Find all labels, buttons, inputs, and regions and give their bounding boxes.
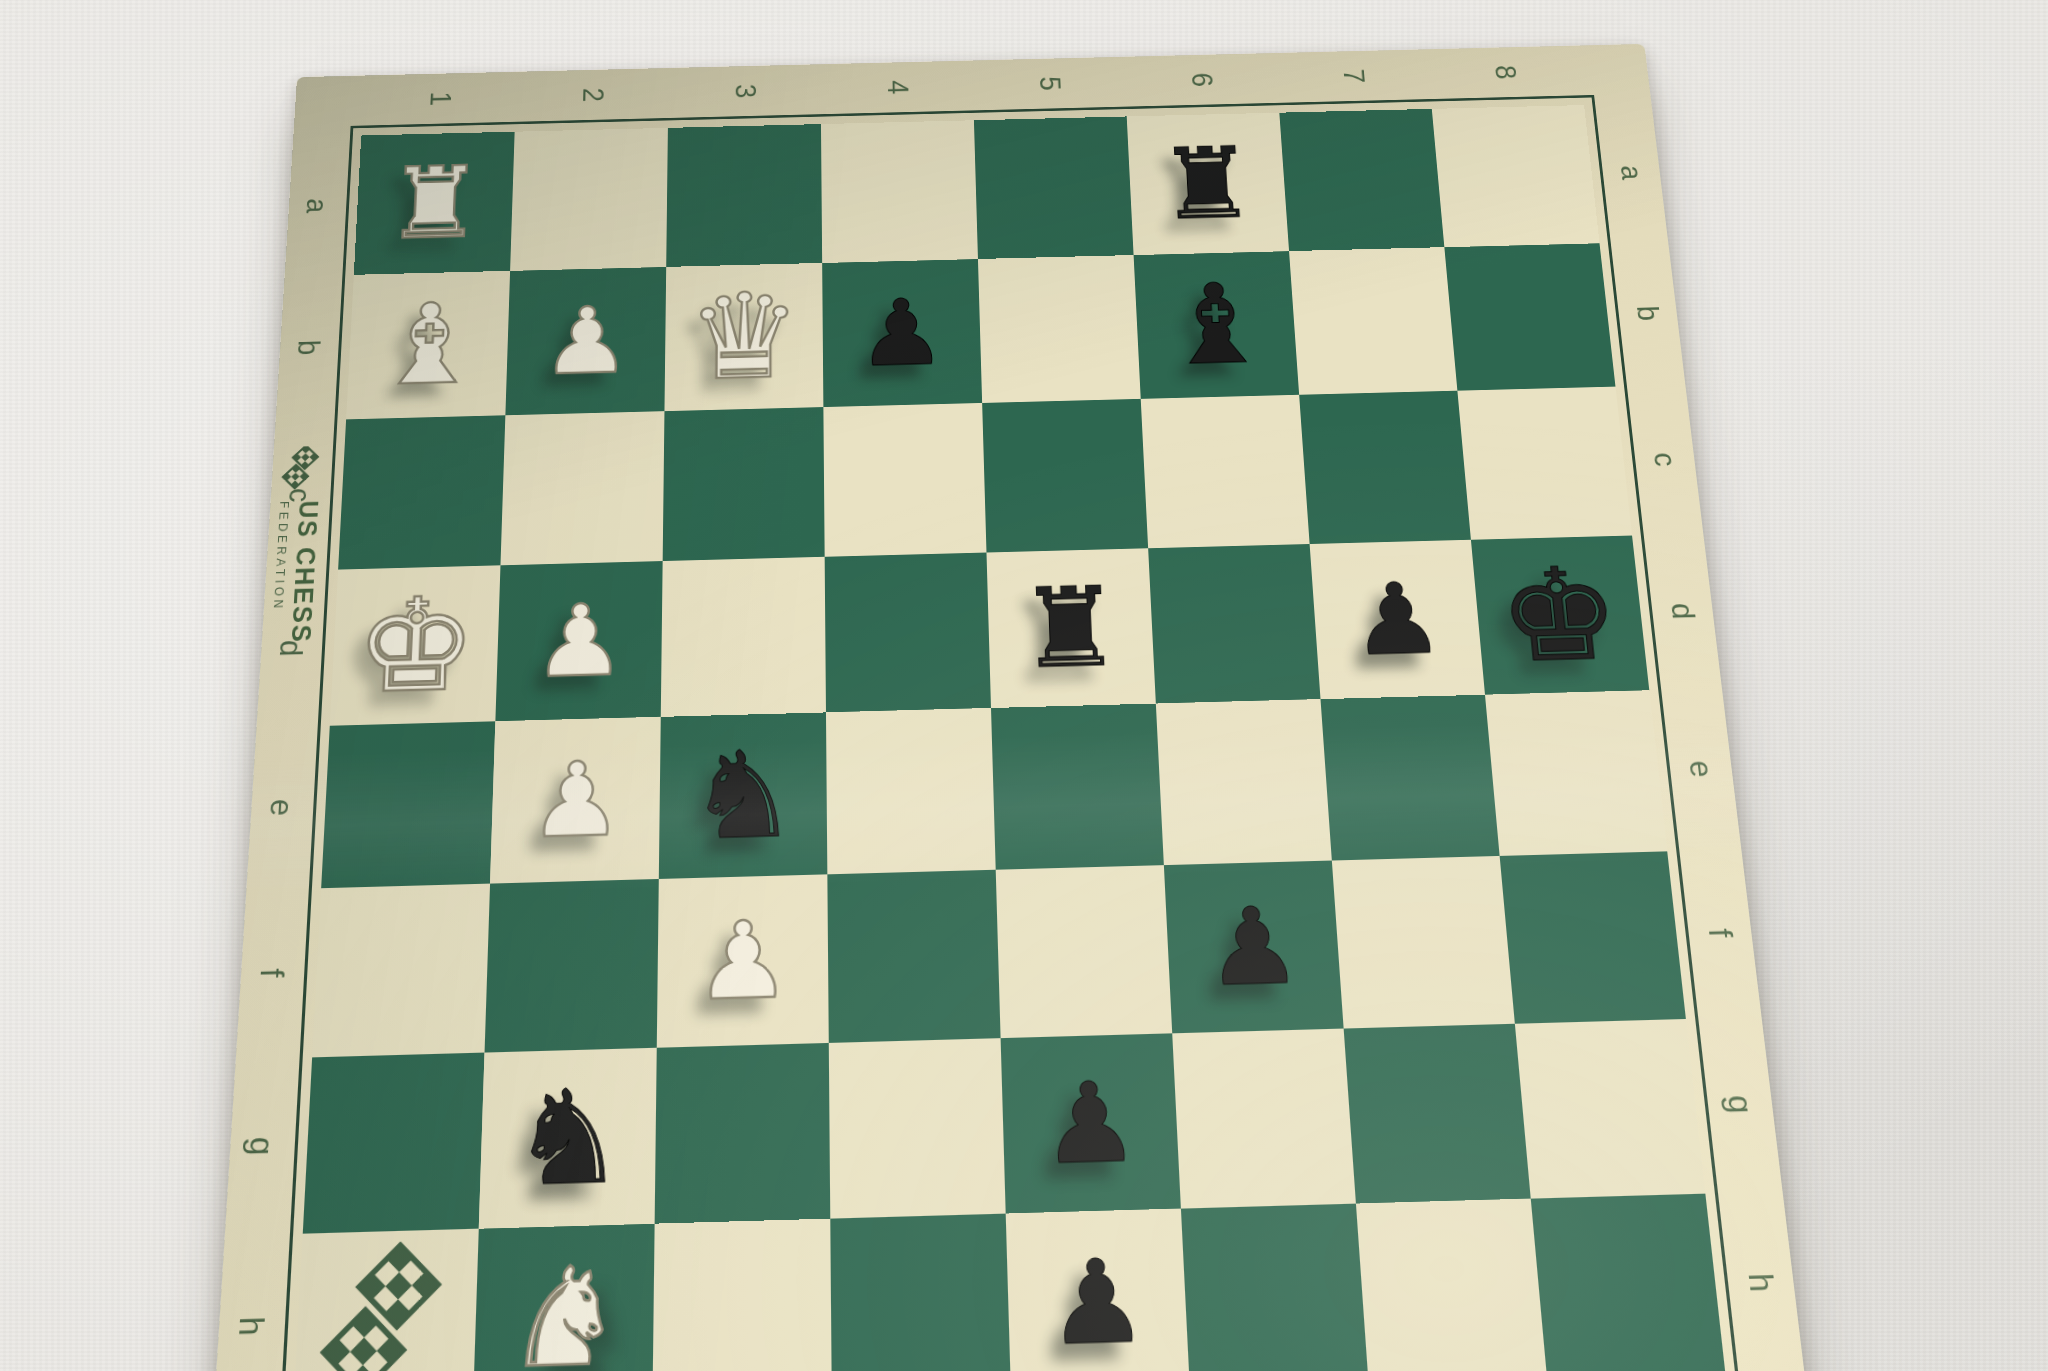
square-h1 bbox=[293, 1228, 479, 1371]
file-label-b: b bbox=[1618, 241, 1678, 385]
square-a3 bbox=[666, 124, 822, 267]
piece-black-pawn-f6: ♟ bbox=[1164, 860, 1344, 1033]
square-g1 bbox=[303, 1052, 485, 1233]
square-h8 bbox=[1531, 1193, 1726, 1371]
square-e6 bbox=[1156, 699, 1332, 865]
square-f4 bbox=[828, 869, 1001, 1042]
corner-crown-logo-icon bbox=[311, 1240, 452, 1371]
square-f2 bbox=[485, 878, 659, 1052]
square-a5 bbox=[974, 116, 1134, 259]
file-label-g: g bbox=[1706, 1017, 1774, 1193]
square-g3 bbox=[655, 1042, 831, 1223]
square-d7: ♟ bbox=[1310, 539, 1485, 698]
file-label-e: e bbox=[253, 726, 309, 890]
black-rook-glyph: ♜ bbox=[1017, 562, 1125, 692]
square-h4 bbox=[830, 1213, 1011, 1371]
rank-label-1: 1 bbox=[362, 78, 516, 120]
square-h7 bbox=[1356, 1198, 1547, 1371]
white-queen-glyph: ♛ bbox=[686, 267, 802, 406]
piece-black-rook-d5: ♜ bbox=[987, 548, 1156, 708]
square-a6: ♜ bbox=[1127, 112, 1289, 254]
square-a7 bbox=[1280, 108, 1445, 250]
square-f1 bbox=[312, 883, 490, 1057]
square-g7 bbox=[1344, 1023, 1531, 1203]
square-c5 bbox=[982, 398, 1148, 552]
square-e4 bbox=[826, 707, 996, 873]
file-label-d: d bbox=[1651, 533, 1714, 689]
square-b3: ♛ bbox=[665, 262, 824, 410]
white-bishop-glyph: ♝ bbox=[372, 279, 486, 411]
piece-black-pawn-g5: ♟ bbox=[1001, 1033, 1181, 1213]
us-chess-margin-logo: FEDERATION US CHESS bbox=[264, 445, 331, 644]
piece-white-pawn-d2: ♟ bbox=[496, 561, 663, 721]
square-c2 bbox=[501, 411, 665, 565]
square-e5 bbox=[991, 703, 1164, 869]
square-a4 bbox=[821, 120, 978, 263]
square-f5 bbox=[996, 865, 1173, 1038]
black-pawn-glyph: ♟ bbox=[857, 278, 948, 387]
black-king-glyph: ♚ bbox=[1492, 539, 1627, 691]
square-h5: ♟ bbox=[1006, 1208, 1190, 1371]
file-label-a: a bbox=[1602, 103, 1661, 242]
square-b6: ♝ bbox=[1134, 251, 1300, 399]
square-c4 bbox=[824, 402, 987, 556]
square-b2: ♟ bbox=[506, 266, 667, 414]
piece-white-king-d1: ♚ bbox=[330, 565, 501, 725]
square-d1: ♚ bbox=[330, 565, 501, 725]
chess-mat: 12345678 12345678 abcdefgh abcdefgh bbox=[208, 43, 1814, 1371]
piece-white-pawn-e2: ♟ bbox=[490, 716, 661, 883]
square-g5: ♟ bbox=[1001, 1033, 1181, 1213]
white-king-glyph: ♚ bbox=[352, 569, 480, 722]
piece-black-pawn-h5: ♟ bbox=[1006, 1208, 1190, 1371]
piece-black-bishop-b6: ♝ bbox=[1134, 251, 1300, 399]
square-e1 bbox=[321, 721, 495, 888]
square-g2: ♞ bbox=[479, 1047, 657, 1228]
piece-black-pawn-d7: ♟ bbox=[1310, 539, 1485, 698]
square-f8 bbox=[1500, 851, 1686, 1023]
black-bishop-glyph: ♝ bbox=[1159, 259, 1274, 390]
file-label-g: g bbox=[231, 1057, 290, 1235]
white-pawn-glyph: ♟ bbox=[695, 896, 792, 1023]
piece-white-queen-b3: ♛ bbox=[665, 262, 824, 410]
piece-black-knight-g2: ♞ bbox=[479, 1047, 657, 1228]
square-c3 bbox=[663, 407, 825, 561]
square-d2: ♟ bbox=[496, 561, 663, 721]
rank-label-7: 7 bbox=[1276, 55, 1431, 96]
white-pawn-glyph: ♟ bbox=[541, 286, 632, 395]
file-label-a: a bbox=[291, 136, 342, 276]
square-b5 bbox=[978, 255, 1141, 403]
black-rook-glyph: ♜ bbox=[1156, 125, 1260, 241]
square-e8 bbox=[1485, 690, 1667, 856]
square-d5: ♜ bbox=[987, 548, 1156, 708]
square-g4 bbox=[829, 1038, 1006, 1218]
white-knight-glyph: ♞ bbox=[504, 1237, 625, 1371]
square-d3 bbox=[661, 556, 826, 716]
square-h6 bbox=[1181, 1203, 1369, 1371]
square-g8 bbox=[1515, 1018, 1705, 1198]
square-b8 bbox=[1445, 243, 1616, 390]
file-label-c: c bbox=[1634, 384, 1696, 534]
piece-white-pawn-f3: ♟ bbox=[657, 874, 829, 1047]
square-c6 bbox=[1141, 394, 1310, 547]
piece-black-knight-e3: ♞ bbox=[659, 712, 828, 879]
rank-label-6: 6 bbox=[1124, 59, 1278, 100]
file-label-f: f bbox=[1687, 849, 1754, 1018]
square-f6: ♟ bbox=[1164, 860, 1344, 1033]
black-knight-glyph: ♞ bbox=[509, 1060, 628, 1215]
square-b1: ♝ bbox=[346, 270, 510, 419]
square-a8 bbox=[1432, 105, 1600, 247]
white-rook-glyph: ♜ bbox=[384, 144, 486, 260]
square-a2 bbox=[510, 127, 668, 270]
square-g6 bbox=[1172, 1028, 1356, 1208]
black-knight-glyph: ♞ bbox=[688, 724, 800, 866]
piece-white-rook-a1: ♜ bbox=[354, 131, 515, 274]
file-label-f: f bbox=[242, 888, 300, 1059]
rank-label-3: 3 bbox=[668, 70, 821, 111]
file-label-b: b bbox=[282, 275, 335, 421]
square-d8: ♚ bbox=[1471, 535, 1649, 694]
square-h2: ♞ bbox=[473, 1223, 655, 1371]
square-a1: ♜ bbox=[354, 131, 515, 274]
piece-black-king-d8: ♚ bbox=[1471, 535, 1649, 694]
white-pawn-glyph: ♟ bbox=[528, 738, 625, 860]
white-pawn-glyph: ♟ bbox=[532, 581, 627, 699]
rank-label-8: 8 bbox=[1427, 52, 1582, 93]
square-b4: ♟ bbox=[822, 258, 982, 406]
square-f3: ♟ bbox=[657, 874, 829, 1047]
square-h3 bbox=[653, 1218, 832, 1371]
black-pawn-glyph: ♟ bbox=[1045, 1233, 1150, 1371]
piece-black-pawn-b4: ♟ bbox=[822, 258, 982, 406]
square-c7 bbox=[1299, 390, 1471, 543]
piece-black-rook-a6: ♜ bbox=[1127, 112, 1289, 254]
square-c1 bbox=[338, 415, 505, 569]
board-squares: ♜♜♝♟♛♟♝♚♟♜♟♚♟♞♟♟♞♟♞♟ bbox=[293, 105, 1726, 1371]
square-e7 bbox=[1321, 694, 1500, 860]
black-pawn-glyph: ♟ bbox=[1346, 560, 1447, 677]
square-c8 bbox=[1458, 386, 1633, 539]
square-d4 bbox=[825, 552, 991, 712]
square-e3: ♞ bbox=[659, 712, 828, 879]
square-e2: ♟ bbox=[490, 716, 661, 883]
square-f7 bbox=[1332, 855, 1515, 1028]
rank-label-4: 4 bbox=[821, 67, 974, 108]
piece-white-bishop-b1: ♝ bbox=[346, 270, 510, 419]
piece-white-knight-h2: ♞ bbox=[473, 1223, 655, 1371]
board-frame: ♜♜♝♟♛♟♝♚♟♜♟♚♟♞♟♟♞♟♞♟ bbox=[279, 94, 1740, 1371]
file-label-h: h bbox=[220, 1234, 280, 1371]
piece-white-pawn-b2: ♟ bbox=[506, 266, 667, 414]
file-label-e: e bbox=[1668, 688, 1733, 850]
brand-us-chess-text: US CHESS bbox=[284, 500, 323, 644]
us-chess-diamond-icon bbox=[278, 445, 325, 491]
file-label-h: h bbox=[1726, 1191, 1796, 1371]
black-pawn-glyph: ♟ bbox=[1039, 1056, 1142, 1188]
rank-label-2: 2 bbox=[515, 74, 668, 115]
black-pawn-glyph: ♟ bbox=[1202, 883, 1305, 1010]
rank-label-5: 5 bbox=[973, 63, 1127, 104]
square-b7 bbox=[1289, 247, 1457, 395]
square-d6 bbox=[1148, 544, 1320, 704]
